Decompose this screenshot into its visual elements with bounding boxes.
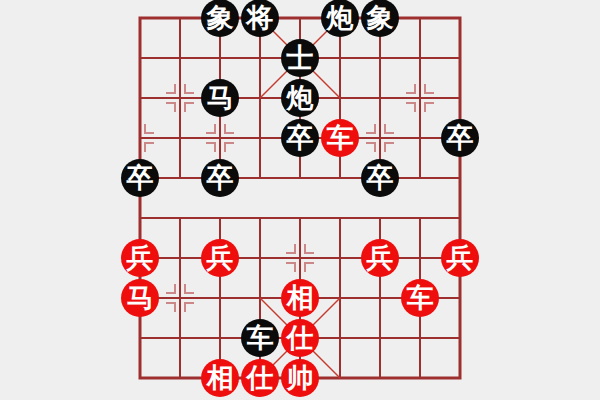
xiangqi-screenshot: 象将炮象士马炮卒车卒卒卒卒兵兵兵兵马相车车仕相仕帅 <box>0 0 600 400</box>
cell-6-0: 象 <box>360 0 400 38</box>
cell-2-6: 兵 <box>200 238 240 278</box>
piece-black-soldier[interactable]: 卒 <box>201 159 239 197</box>
cell-4-8: 仕 <box>280 318 320 358</box>
cell-2-4: 卒 <box>200 158 240 198</box>
board-pieces-layer[interactable]: 象将炮象士马炮卒车卒卒卒卒兵兵兵兵马相车车仕相仕帅 <box>120 0 480 400</box>
cell-7-7: 车 <box>400 278 440 318</box>
cell-6-4: 卒 <box>360 158 400 198</box>
cell-3-8: 车 <box>240 318 280 358</box>
xiangqi-board: 象将炮象士马炮卒车卒卒卒卒兵兵兵兵马相车车仕相仕帅 <box>120 0 480 400</box>
piece-red-soldier[interactable]: 兵 <box>121 239 159 277</box>
piece-black-soldier[interactable]: 卒 <box>361 159 399 197</box>
cell-5-3: 车 <box>320 118 360 158</box>
piece-red-advisor[interactable]: 仕 <box>281 319 319 357</box>
piece-black-chariot[interactable]: 车 <box>241 319 279 357</box>
piece-black-cannon[interactable]: 炮 <box>281 79 319 117</box>
cell-2-0: 象 <box>200 0 240 38</box>
piece-black-general[interactable]: 将 <box>241 0 279 37</box>
piece-red-chariot[interactable]: 车 <box>321 119 359 157</box>
piece-black-horse[interactable]: 马 <box>201 79 239 117</box>
piece-red-soldier[interactable]: 兵 <box>441 239 479 277</box>
cell-3-9: 仕 <box>240 358 280 398</box>
cell-8-6: 兵 <box>440 238 480 278</box>
cell-0-4: 卒 <box>120 158 160 198</box>
piece-red-elephant[interactable]: 相 <box>201 359 239 397</box>
cell-4-9: 帅 <box>280 358 320 398</box>
cell-3-0: 将 <box>240 0 280 38</box>
cell-4-2: 炮 <box>280 78 320 118</box>
cell-6-6: 兵 <box>360 238 400 278</box>
piece-red-soldier[interactable]: 兵 <box>201 239 239 277</box>
cell-0-7: 马 <box>120 278 160 318</box>
piece-black-advisor[interactable]: 士 <box>281 39 319 77</box>
piece-red-general[interactable]: 帅 <box>281 359 319 397</box>
cell-4-3: 卒 <box>280 118 320 158</box>
cell-4-1: 士 <box>280 38 320 78</box>
piece-red-horse[interactable]: 马 <box>121 279 159 317</box>
cell-5-0: 炮 <box>320 0 360 38</box>
piece-red-advisor[interactable]: 仕 <box>241 359 279 397</box>
piece-black-soldier[interactable]: 卒 <box>281 119 319 157</box>
piece-black-elephant[interactable]: 象 <box>201 0 239 37</box>
cell-2-2: 马 <box>200 78 240 118</box>
piece-black-cannon[interactable]: 炮 <box>321 0 359 37</box>
piece-red-soldier[interactable]: 兵 <box>361 239 399 277</box>
piece-red-chariot[interactable]: 车 <box>401 279 439 317</box>
piece-black-soldier[interactable]: 卒 <box>441 119 479 157</box>
cell-8-3: 卒 <box>440 118 480 158</box>
cell-4-7: 相 <box>280 278 320 318</box>
cell-0-6: 兵 <box>120 238 160 278</box>
piece-black-elephant[interactable]: 象 <box>361 0 399 37</box>
piece-black-soldier[interactable]: 卒 <box>121 159 159 197</box>
piece-red-elephant[interactable]: 相 <box>281 279 319 317</box>
cell-2-9: 相 <box>200 358 240 398</box>
